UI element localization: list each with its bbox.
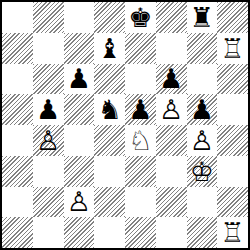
- square-h7[interactable]: ♖: [217, 33, 248, 64]
- square-e4[interactable]: ♘: [125, 125, 156, 156]
- square-c8[interactable]: [64, 2, 95, 33]
- white-pawn: ♙: [159, 96, 183, 123]
- square-g2[interactable]: [187, 187, 218, 218]
- square-h2[interactable]: [217, 187, 248, 218]
- square-d4[interactable]: [94, 125, 125, 156]
- white-pawn: ♙: [36, 127, 60, 154]
- white-knight: ♘: [128, 127, 152, 154]
- square-f7[interactable]: [156, 33, 187, 64]
- square-c4[interactable]: [64, 125, 95, 156]
- square-b3[interactable]: [33, 156, 64, 187]
- square-h1[interactable]: ♖: [217, 217, 248, 248]
- square-a6[interactable]: [2, 64, 33, 95]
- square-f2[interactable]: [156, 187, 187, 218]
- white-king: ♔: [190, 158, 214, 185]
- square-a5[interactable]: [2, 94, 33, 125]
- square-a4[interactable]: [2, 125, 33, 156]
- square-b1[interactable]: [33, 217, 64, 248]
- square-e5[interactable]: ♟: [125, 94, 156, 125]
- square-f5[interactable]: ♙: [156, 94, 187, 125]
- square-e6[interactable]: [125, 64, 156, 95]
- square-e3[interactable]: [125, 156, 156, 187]
- square-a3[interactable]: [2, 156, 33, 187]
- square-a8[interactable]: [2, 2, 33, 33]
- white-pawn: ♙: [67, 188, 91, 215]
- square-f4[interactable]: [156, 125, 187, 156]
- black-pawn: ♟: [190, 96, 214, 123]
- black-king: ♚: [128, 4, 152, 31]
- square-d6[interactable]: [94, 64, 125, 95]
- square-e8[interactable]: ♚: [125, 2, 156, 33]
- black-pawn: ♟: [128, 96, 152, 123]
- square-c3[interactable]: [64, 156, 95, 187]
- black-pawn: ♟: [36, 96, 60, 123]
- square-c1[interactable]: [64, 217, 95, 248]
- square-f8[interactable]: [156, 2, 187, 33]
- square-f6[interactable]: ♟: [156, 64, 187, 95]
- square-g6[interactable]: [187, 64, 218, 95]
- square-h6[interactable]: [217, 64, 248, 95]
- square-g4[interactable]: ♙: [187, 125, 218, 156]
- square-b2[interactable]: [33, 187, 64, 218]
- square-e2[interactable]: [125, 187, 156, 218]
- white-rook: ♖: [221, 219, 245, 246]
- square-b7[interactable]: [33, 33, 64, 64]
- square-e1[interactable]: [125, 217, 156, 248]
- square-b5[interactable]: ♟: [33, 94, 64, 125]
- black-pawn: ♟: [67, 65, 91, 92]
- square-g1[interactable]: [187, 217, 218, 248]
- square-g3[interactable]: ♔: [187, 156, 218, 187]
- square-a1[interactable]: [2, 217, 33, 248]
- square-g8[interactable]: ♜: [187, 2, 218, 33]
- square-f3[interactable]: [156, 156, 187, 187]
- chess-board: ♚♜♝♖♟♟♟♞♟♙♟♙♘♙♔♙♖: [0, 0, 250, 250]
- square-a2[interactable]: [2, 187, 33, 218]
- square-a7[interactable]: [2, 33, 33, 64]
- white-pawn: ♙: [190, 127, 214, 154]
- square-c7[interactable]: [64, 33, 95, 64]
- square-e7[interactable]: [125, 33, 156, 64]
- square-g7[interactable]: [187, 33, 218, 64]
- square-b8[interactable]: [33, 2, 64, 33]
- square-h4[interactable]: [217, 125, 248, 156]
- square-b4[interactable]: ♙: [33, 125, 64, 156]
- square-h5[interactable]: [217, 94, 248, 125]
- square-c2[interactable]: ♙: [64, 187, 95, 218]
- square-d7[interactable]: ♝: [94, 33, 125, 64]
- square-d2[interactable]: [94, 187, 125, 218]
- square-f1[interactable]: [156, 217, 187, 248]
- white-rook: ♖: [221, 35, 245, 62]
- square-h8[interactable]: [217, 2, 248, 33]
- square-h3[interactable]: [217, 156, 248, 187]
- black-knight: ♞: [98, 96, 122, 123]
- chess-diagram: ♚♜♝♖♟♟♟♞♟♙♟♙♘♙♔♙♖: [0, 0, 250, 250]
- square-c6[interactable]: ♟: [64, 64, 95, 95]
- square-d5[interactable]: ♞: [94, 94, 125, 125]
- black-bishop: ♝: [98, 35, 122, 62]
- black-pawn: ♟: [159, 65, 183, 92]
- black-rook: ♜: [190, 4, 214, 31]
- square-d8[interactable]: [94, 2, 125, 33]
- square-d1[interactable]: [94, 217, 125, 248]
- square-g5[interactable]: ♟: [187, 94, 218, 125]
- square-c5[interactable]: [64, 94, 95, 125]
- square-d3[interactable]: [94, 156, 125, 187]
- square-b6[interactable]: [33, 64, 64, 95]
